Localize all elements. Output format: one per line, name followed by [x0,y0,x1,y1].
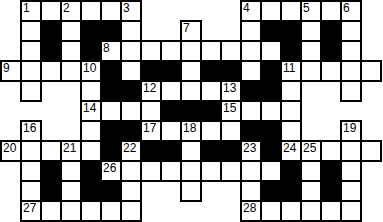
block-cell-r4c5 [100,80,122,102]
clue-number-25: 25 [303,142,316,154]
clue-number-15: 15 [223,102,236,114]
cell-r6c7[interactable]: 17 [140,120,162,142]
cell-r2c7[interactable] [140,40,162,62]
cell-r8c3[interactable] [60,160,82,182]
cell-r9c9[interactable] [180,180,202,202]
cell-r6c14[interactable] [280,120,302,142]
cell-r4c1[interactable] [20,80,42,102]
block-cell-r9c14 [280,180,302,202]
cell-r8c6[interactable] [120,160,142,182]
cell-r3c2[interactable] [40,60,62,82]
cell-r6c4[interactable] [80,120,102,142]
cell-r7c6[interactable]: 22 [120,140,142,162]
clue-number-8: 8 [103,42,110,54]
block-cell-r5c10 [200,100,222,122]
cell-r8c9[interactable] [180,160,202,182]
block-cell-r4c12 [240,80,262,102]
cell-r10c4[interactable] [80,200,102,222]
cell-r0c12[interactable]: 4 [240,0,262,22]
cell-r2c5[interactable]: 8 [100,40,122,62]
block-cell-r4c6 [120,80,142,102]
cell-r9c1[interactable] [20,180,42,202]
block-cell-r2c2 [40,40,62,62]
cell-r7c1[interactable] [20,140,42,162]
cell-r9c6[interactable] [120,180,142,202]
cell-r1c12[interactable] [240,20,262,42]
cell-r8c7[interactable] [140,160,162,182]
cell-r1c3[interactable] [60,20,82,42]
cell-r10c14[interactable] [280,200,302,222]
clue-number-5: 5 [303,2,310,14]
cell-r5c6[interactable] [120,100,142,122]
clue-number-24: 24 [283,142,296,154]
block-cell-r8c16 [320,160,342,182]
cell-r10c1[interactable]: 27 [20,200,42,222]
clue-number-2: 2 [63,2,70,14]
clue-number-20: 20 [3,142,16,154]
cell-r2c8[interactable] [160,40,182,62]
clue-number-14: 14 [83,102,96,114]
cell-r6c9[interactable]: 18 [180,120,202,142]
block-cell-r7c11 [220,140,242,162]
block-cell-r1c5 [100,20,122,42]
cell-r6c17[interactable]: 19 [340,120,362,142]
cell-r2c15[interactable] [300,40,322,62]
clue-number-10: 10 [83,62,96,74]
cell-r3c16[interactable] [320,60,342,82]
block-cell-r1c14 [280,20,302,42]
cell-r0c4[interactable] [80,0,102,22]
cell-r6c11[interactable] [220,120,242,142]
cell-r4c10[interactable] [200,80,222,102]
block-cell-r7c13 [260,140,282,162]
cell-r6c1[interactable]: 16 [20,120,42,142]
cell-r7c0[interactable]: 20 [0,140,22,162]
cell-r7c4[interactable] [80,140,102,162]
cell-r4c9[interactable] [180,80,202,102]
cell-r4c7[interactable]: 12 [140,80,162,102]
cell-r7c17[interactable] [340,140,362,162]
cell-r2c1[interactable] [20,40,42,62]
block-cell-r7c10 [200,140,222,162]
cell-r7c3[interactable]: 21 [60,140,82,162]
cell-r3c15[interactable] [300,60,322,82]
cell-r5c14[interactable] [280,100,302,122]
cell-r5c7[interactable] [140,100,162,122]
cell-r7c9[interactable] [180,140,202,162]
cell-r1c6[interactable] [120,20,142,42]
cell-r8c12[interactable] [240,160,262,182]
cell-r0c15[interactable]: 5 [300,0,322,22]
block-cell-r2c4 [80,40,102,62]
cell-r9c17[interactable] [340,180,362,202]
cell-r2c12[interactable] [240,40,262,62]
cell-r9c15[interactable] [300,180,322,202]
cell-r7c15[interactable]: 25 [300,140,322,162]
block-cell-r2c14 [280,40,302,62]
clue-number-3: 3 [123,2,130,14]
cell-r10c2[interactable] [40,200,62,222]
cell-r5c11[interactable]: 15 [220,100,242,122]
cell-r3c1[interactable] [20,60,42,82]
cell-r2c17[interactable] [340,40,362,62]
cell-r10c16[interactable] [320,200,342,222]
cell-r7c18[interactable] [360,140,382,162]
clue-number-27: 27 [23,202,36,214]
clue-number-13: 13 [223,82,236,94]
cell-r1c1[interactable] [20,20,42,42]
cell-r0c16[interactable] [320,0,342,22]
cell-r7c16[interactable] [320,140,342,162]
cell-r3c6[interactable] [120,60,142,82]
clue-number-7: 7 [183,22,190,34]
block-cell-r1c4 [80,20,102,42]
cell-r8c13[interactable] [260,160,282,182]
cell-r0c13[interactable] [260,0,282,22]
block-cell-r9c13 [260,180,282,202]
cell-r2c3[interactable] [60,40,82,62]
cell-r8c1[interactable] [20,160,42,182]
cell-r1c17[interactable] [340,20,362,42]
cell-r4c8[interactable] [160,80,182,102]
clue-number-6: 6 [343,2,350,14]
clue-number-4: 4 [243,2,250,14]
cell-r10c6[interactable] [120,200,142,222]
block-cell-r6c5 [100,120,122,142]
clue-number-23: 23 [243,142,256,154]
clue-number-11: 11 [283,62,295,74]
cell-r3c9[interactable] [180,60,202,82]
cell-r4c11[interactable]: 13 [220,80,242,102]
block-cell-r3c7 [140,60,162,82]
cell-r8c15[interactable] [300,160,322,182]
cell-r10c13[interactable] [260,200,282,222]
cell-r5c13[interactable] [260,100,282,122]
cell-r8c8[interactable] [160,160,182,182]
cell-r2c10[interactable] [200,40,222,62]
cell-r8c10[interactable] [200,160,222,182]
block-cell-r8c2 [40,160,62,182]
block-cell-r1c16 [320,20,342,42]
block-cell-r3c8 [160,60,182,82]
clue-number-26: 26 [103,162,116,174]
cell-r6c8[interactable] [160,120,182,142]
cell-r10c17[interactable] [340,200,362,222]
cell-r4c14[interactable] [280,80,302,102]
block-cell-r6c6 [120,120,142,142]
clue-number-12: 12 [143,82,156,94]
cell-r7c12[interactable]: 23 [240,140,262,162]
block-cell-r5c8 [160,100,182,122]
cell-r10c12[interactable]: 28 [240,200,262,222]
cell-r2c11[interactable] [220,40,242,62]
cell-r3c17[interactable] [340,60,362,82]
cell-r0c3[interactable]: 2 [60,0,82,22]
cell-r3c18[interactable] [360,60,382,82]
cell-r6c10[interactable] [200,120,222,142]
cell-r0c2[interactable] [40,0,62,22]
block-cell-r3c11 [220,60,242,82]
cell-r0c1[interactable]: 1 [20,0,42,22]
block-cell-r9c4 [80,180,102,202]
cell-r9c12[interactable] [240,180,262,202]
block-cell-r3c5 [100,60,122,82]
cell-r3c12[interactable] [240,60,262,82]
cell-r3c4[interactable]: 10 [80,60,102,82]
cell-r10c5[interactable] [100,200,122,222]
cell-r7c2[interactable] [40,140,62,162]
clue-number-19: 19 [343,122,356,134]
block-cell-r8c14 [280,160,302,182]
cell-r8c11[interactable] [220,160,242,182]
block-cell-r7c5 [100,140,122,162]
block-cell-r9c5 [100,180,122,202]
block-cell-r1c13 [260,20,282,42]
clue-number-17: 17 [143,122,156,134]
block-cell-r6c12 [240,120,262,142]
clue-number-1: 1 [23,2,30,14]
clue-number-18: 18 [183,122,196,134]
block-cell-r3c13 [260,60,282,82]
block-cell-r9c16 [320,180,342,202]
cell-r9c3[interactable] [60,180,82,202]
block-cell-r2c16 [320,40,342,62]
block-cell-r5c9 [180,100,202,122]
cell-r1c9[interactable]: 7 [180,20,202,42]
block-cell-r6c13 [260,120,282,142]
cell-r7c14[interactable]: 24 [280,140,302,162]
cell-r3c14[interactable]: 11 [280,60,302,82]
cell-r2c6[interactable] [120,40,142,62]
block-cell-r7c7 [140,140,162,162]
cell-r0c14[interactable] [280,0,302,22]
cell-r2c9[interactable] [180,40,202,62]
block-cell-r1c2 [40,20,62,42]
cell-r4c17[interactable] [340,80,362,102]
cell-r1c15[interactable] [300,20,322,42]
cell-r0c5[interactable] [100,0,122,22]
crossword-board: 1234567891011121314151617181920212223242… [0,0,383,222]
cell-r3c0[interactable]: 9 [0,60,22,82]
cell-r8c17[interactable] [340,160,362,182]
block-cell-r7c8 [160,140,182,162]
cell-r4c4[interactable] [80,80,102,102]
cell-r0c17[interactable]: 6 [340,0,362,22]
cell-r8c5[interactable]: 26 [100,160,122,182]
clue-number-16: 16 [23,122,36,134]
cell-r5c5[interactable] [100,100,122,122]
cell-r3c3[interactable] [60,60,82,82]
cell-r10c15[interactable] [300,200,322,222]
clue-number-22: 22 [123,142,136,154]
cell-r5c4[interactable]: 14 [80,100,102,122]
block-cell-r8c4 [80,160,102,182]
cell-r2c13[interactable] [260,40,282,62]
block-cell-r3c10 [200,60,222,82]
cell-r10c3[interactable] [60,200,82,222]
clue-number-28: 28 [243,202,256,214]
block-cell-r4c13 [260,80,282,102]
cell-r5c12[interactable] [240,100,262,122]
block-cell-r9c2 [40,180,62,202]
clue-number-21: 21 [63,142,76,154]
clue-number-9: 9 [3,62,10,74]
cell-r0c6[interactable]: 3 [120,0,142,22]
